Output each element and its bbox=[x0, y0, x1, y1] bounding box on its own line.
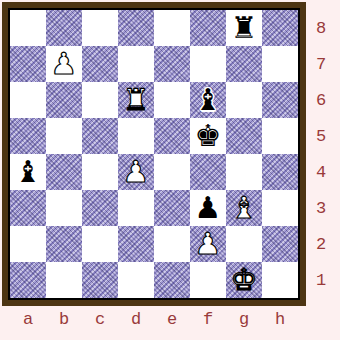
square-e5[interactable] bbox=[154, 118, 190, 154]
square-b3[interactable] bbox=[46, 190, 82, 226]
black-pawn-f3: ♟ bbox=[190, 190, 226, 226]
square-a8[interactable] bbox=[10, 10, 46, 46]
square-e8[interactable] bbox=[154, 10, 190, 46]
square-c8[interactable] bbox=[82, 10, 118, 46]
square-a3[interactable] bbox=[10, 190, 46, 226]
square-g3[interactable]: ♝ bbox=[226, 190, 262, 226]
square-a7[interactable] bbox=[10, 46, 46, 82]
board-grid: ♜♟♜♝♚♝♟♟♝♟♚ bbox=[10, 10, 298, 298]
square-e6[interactable] bbox=[154, 82, 190, 118]
white-pawn-f2: ♟ bbox=[190, 226, 226, 262]
rank-label-6: 6 bbox=[306, 82, 336, 118]
rank-label-8: 8 bbox=[306, 10, 336, 46]
square-g1[interactable]: ♚ bbox=[226, 262, 262, 298]
board-frame: ♜♟♜♝♚♝♟♟♝♟♚ bbox=[2, 2, 306, 306]
square-e7[interactable] bbox=[154, 46, 190, 82]
square-f2[interactable]: ♟ bbox=[190, 226, 226, 262]
square-f3[interactable]: ♟ bbox=[190, 190, 226, 226]
square-d5[interactable] bbox=[118, 118, 154, 154]
white-pawn-d4: ♟ bbox=[118, 154, 154, 190]
white-king-g1: ♚ bbox=[226, 262, 262, 298]
square-f4[interactable] bbox=[190, 154, 226, 190]
square-d4[interactable]: ♟ bbox=[118, 154, 154, 190]
rank-label-7: 7 bbox=[306, 46, 336, 82]
square-f7[interactable] bbox=[190, 46, 226, 82]
rank-label-1: 1 bbox=[306, 262, 336, 298]
file-label-f: f bbox=[190, 306, 226, 334]
square-f8[interactable] bbox=[190, 10, 226, 46]
square-d8[interactable] bbox=[118, 10, 154, 46]
square-a6[interactable] bbox=[10, 82, 46, 118]
file-label-d: d bbox=[118, 306, 154, 334]
square-h8[interactable] bbox=[262, 10, 298, 46]
square-h5[interactable] bbox=[262, 118, 298, 154]
square-d2[interactable] bbox=[118, 226, 154, 262]
black-king-f5: ♚ bbox=[190, 118, 226, 154]
square-c1[interactable] bbox=[82, 262, 118, 298]
square-e2[interactable] bbox=[154, 226, 190, 262]
square-g5[interactable] bbox=[226, 118, 262, 154]
white-pawn-b7: ♟ bbox=[46, 46, 82, 82]
square-d1[interactable] bbox=[118, 262, 154, 298]
file-label-e: e bbox=[154, 306, 190, 334]
square-b2[interactable] bbox=[46, 226, 82, 262]
board-inner-border: ♜♟♜♝♚♝♟♟♝♟♚ bbox=[8, 8, 300, 300]
square-a5[interactable] bbox=[10, 118, 46, 154]
square-e3[interactable] bbox=[154, 190, 190, 226]
file-label-g: g bbox=[226, 306, 262, 334]
square-f6[interactable]: ♝ bbox=[190, 82, 226, 118]
square-d3[interactable] bbox=[118, 190, 154, 226]
rank-label-5: 5 bbox=[306, 118, 336, 154]
black-bishop-f6: ♝ bbox=[190, 82, 226, 118]
square-c6[interactable] bbox=[82, 82, 118, 118]
square-e1[interactable] bbox=[154, 262, 190, 298]
square-c3[interactable] bbox=[82, 190, 118, 226]
square-a2[interactable] bbox=[10, 226, 46, 262]
square-h1[interactable] bbox=[262, 262, 298, 298]
square-c4[interactable] bbox=[82, 154, 118, 190]
square-h2[interactable] bbox=[262, 226, 298, 262]
square-c5[interactable] bbox=[82, 118, 118, 154]
rank-labels: 87654321 bbox=[306, 10, 336, 298]
white-bishop-g3: ♝ bbox=[226, 190, 262, 226]
black-rook-g8: ♜ bbox=[226, 10, 262, 46]
file-label-a: a bbox=[10, 306, 46, 334]
square-b4[interactable] bbox=[46, 154, 82, 190]
square-c7[interactable] bbox=[82, 46, 118, 82]
square-b8[interactable] bbox=[46, 10, 82, 46]
square-a4[interactable]: ♝ bbox=[10, 154, 46, 190]
square-e4[interactable] bbox=[154, 154, 190, 190]
file-labels: abcdefgh bbox=[10, 306, 298, 334]
square-a1[interactable] bbox=[10, 262, 46, 298]
white-rook-d6: ♜ bbox=[118, 82, 154, 118]
rank-label-2: 2 bbox=[306, 226, 336, 262]
file-label-h: h bbox=[262, 306, 298, 334]
square-c2[interactable] bbox=[82, 226, 118, 262]
square-h4[interactable] bbox=[262, 154, 298, 190]
square-b6[interactable] bbox=[46, 82, 82, 118]
square-h7[interactable] bbox=[262, 46, 298, 82]
square-g2[interactable] bbox=[226, 226, 262, 262]
square-h3[interactable] bbox=[262, 190, 298, 226]
square-b7[interactable]: ♟ bbox=[46, 46, 82, 82]
file-label-b: b bbox=[46, 306, 82, 334]
square-g8[interactable]: ♜ bbox=[226, 10, 262, 46]
square-b5[interactable] bbox=[46, 118, 82, 154]
file-label-c: c bbox=[82, 306, 118, 334]
square-b1[interactable] bbox=[46, 262, 82, 298]
rank-label-3: 3 bbox=[306, 190, 336, 226]
black-bishop-a4: ♝ bbox=[10, 154, 46, 190]
square-f5[interactable]: ♚ bbox=[190, 118, 226, 154]
square-d6[interactable]: ♜ bbox=[118, 82, 154, 118]
rank-label-4: 4 bbox=[306, 154, 336, 190]
square-h6[interactable] bbox=[262, 82, 298, 118]
square-g7[interactable] bbox=[226, 46, 262, 82]
square-f1[interactable] bbox=[190, 262, 226, 298]
square-g6[interactable] bbox=[226, 82, 262, 118]
square-d7[interactable] bbox=[118, 46, 154, 82]
square-g4[interactable] bbox=[226, 154, 262, 190]
